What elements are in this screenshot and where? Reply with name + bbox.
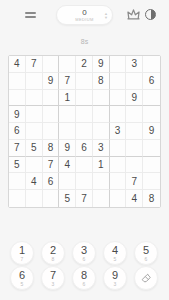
chevron-up-down-icon: ▲ ▼ [104,12,108,19]
cell-r8c6[interactable] [93,173,110,190]
cell-r1c1[interactable]: 4 [9,56,26,73]
cell-r2c1[interactable] [9,73,26,90]
cell-r6c8[interactable] [126,140,143,157]
cell-r8c3[interactable]: 6 [43,173,60,190]
cell-r4c9[interactable] [143,106,160,123]
numpad-key-2[interactable]: 28 [41,241,65,265]
cell-r7c3[interactable]: 7 [43,157,60,174]
cell-r3c1[interactable] [9,90,26,107]
cell-r5c3[interactable] [43,123,60,140]
cell-r1c2[interactable]: 7 [26,56,43,73]
cell-r8c4[interactable] [59,173,76,190]
numpad-row-1: 1728364556 [10,241,158,265]
cell-r4c1[interactable]: 9 [9,106,26,123]
cell-r4c5[interactable] [76,106,93,123]
cell-r1c5[interactable]: 2 [76,56,93,73]
numpad-digit: 2 [50,245,56,256]
cell-r4c3[interactable] [43,106,60,123]
cell-r8c8[interactable]: 7 [126,173,143,190]
cell-r2c6[interactable]: 8 [93,73,110,90]
cell-r5c2[interactable] [26,123,43,140]
cell-r6c3[interactable]: 8 [43,140,60,157]
numpad-key-6[interactable]: 65 [10,266,34,290]
score-value: 0 [82,8,86,17]
numpad-key-5[interactable]: 56 [134,241,158,265]
cell-r5c9[interactable]: 9 [143,123,160,140]
cell-r6c6[interactable]: 3 [93,140,110,157]
cell-r3c4[interactable]: 1 [59,90,76,107]
cell-r8c9[interactable] [143,173,160,190]
cell-r9c4[interactable]: 5 [59,190,76,207]
cell-r2c3[interactable]: 9 [43,73,60,90]
numpad-key-9[interactable]: 93 [103,266,127,290]
cell-r6c4[interactable]: 9 [59,140,76,157]
cell-r5c4[interactable] [59,123,76,140]
cell-r6c2[interactable]: 5 [26,140,43,157]
numpad-remaining-count: 8 [52,257,55,262]
eraser-icon [141,273,152,284]
cell-r5c7[interactable]: 3 [110,123,127,140]
cell-r3c6[interactable] [93,90,110,107]
numpad-digit: 3 [81,245,87,256]
sudoku-app: 0 MEDIUM ▲ ▼ 8s 472939786199639758963574… [0,0,169,300]
cell-r7c6[interactable]: 1 [93,157,110,174]
cell-r8c1[interactable] [9,173,26,190]
cell-r3c8[interactable]: 9 [126,90,143,107]
numpad-digit: 6 [19,270,25,281]
cell-r6c7[interactable] [110,140,127,157]
cell-r2c9[interactable]: 6 [143,73,160,90]
numpad-remaining-count: 6 [145,257,148,262]
cell-r3c9[interactable] [143,90,160,107]
cell-r3c7[interactable] [110,90,127,107]
cell-r6c5[interactable]: 6 [76,140,93,157]
menu-bar [25,16,36,18]
cell-r7c5[interactable] [76,157,93,174]
cell-r3c2[interactable] [26,90,43,107]
cell-r5c1[interactable]: 6 [9,123,26,140]
cell-r1c4[interactable] [59,56,76,73]
cell-r3c3[interactable] [43,90,60,107]
cell-r1c8[interactable]: 3 [126,56,143,73]
cell-r2c8[interactable] [126,73,143,90]
cell-r7c9[interactable] [143,157,160,174]
cell-r8c5[interactable] [76,173,93,190]
cell-r9c7[interactable] [110,190,127,207]
cell-r1c6[interactable]: 9 [93,56,110,73]
cell-r7c7[interactable] [110,157,127,174]
numpad-digit: 7 [50,270,56,281]
crown-icon[interactable] [126,8,141,21]
cell-r2c7[interactable] [110,73,127,90]
cell-r9c8[interactable]: 4 [126,190,143,207]
cell-r3c5[interactable] [76,90,93,107]
cell-r7c4[interactable]: 4 [59,157,76,174]
numpad-key-1[interactable]: 17 [10,241,34,265]
numpad-key-4[interactable]: 45 [103,241,127,265]
numpad-key-erase[interactable] [134,266,158,290]
cell-r2c2[interactable] [26,73,43,90]
theme-toggle-icon[interactable] [145,9,156,20]
numpad-remaining-count: 7 [21,257,24,262]
cell-r8c2[interactable]: 4 [26,173,43,190]
difficulty-selector[interactable]: 0 MEDIUM ▲ ▼ [56,5,113,25]
numpad-key-7[interactable]: 73 [41,266,65,290]
cell-r9c2[interactable] [26,190,43,207]
cell-r6c9[interactable] [143,140,160,157]
cell-r1c3[interactable] [43,56,60,73]
cell-r1c7[interactable] [110,56,127,73]
numpad-digit: 4 [112,245,118,256]
numpad-remaining-count: 6 [83,282,86,287]
cell-r2c5[interactable] [76,73,93,90]
timer: 8s [0,38,169,45]
numpad-remaining-count: 5 [114,257,117,262]
cell-r8c7[interactable] [110,173,127,190]
cell-r9c1[interactable] [9,190,26,207]
cell-r4c2[interactable] [26,106,43,123]
menu-bar [25,12,36,14]
numpad-remaining-count: 3 [52,282,55,287]
numpad-digit: 9 [112,270,118,281]
numpad-key-3[interactable]: 36 [72,241,96,265]
cell-r6c1[interactable]: 7 [9,140,26,157]
cell-r4c6[interactable] [93,106,110,123]
sudoku-grid: 47293978619963975896357414675748 [8,55,161,208]
cell-r4c7[interactable] [110,106,127,123]
numpad-digit: 5 [143,245,149,256]
cell-r5c5[interactable] [76,123,93,140]
cell-r9c6[interactable] [93,190,110,207]
difficulty-label: MEDIUM [75,17,94,22]
cell-r7c8[interactable] [126,157,143,174]
numpad-remaining-count: 5 [21,282,24,287]
cell-r9c3[interactable] [43,190,60,207]
numpad-key-8[interactable]: 86 [72,266,96,290]
cell-r7c2[interactable] [26,157,43,174]
menu-icon[interactable] [25,12,36,20]
cell-r7c1[interactable]: 5 [9,157,26,174]
cell-r5c6[interactable] [93,123,110,140]
numpad-row-2: 65738693 [10,266,158,290]
cell-r9c5[interactable]: 7 [76,190,93,207]
numpad-remaining-count: 3 [114,282,117,287]
cell-r9c9[interactable]: 8 [143,190,160,207]
numpad-digit: 8 [81,270,87,281]
cell-r5c8[interactable] [126,123,143,140]
cell-r4c8[interactable] [126,106,143,123]
cell-r2c4[interactable]: 7 [59,73,76,90]
numpad-digit: 1 [19,245,25,256]
numpad-remaining-count: 6 [83,257,86,262]
cell-r1c9[interactable] [143,56,160,73]
cell-r4c4[interactable] [59,106,76,123]
